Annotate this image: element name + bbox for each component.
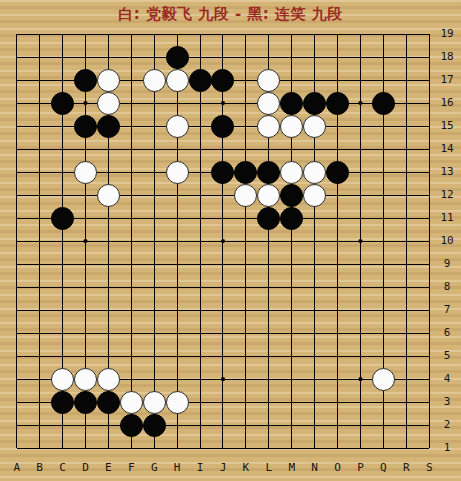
white-stone[interactable]: ●	[143, 69, 166, 92]
star-point	[221, 377, 225, 381]
black-stone[interactable]: ●	[280, 92, 303, 115]
star-point	[221, 239, 225, 243]
white-stone[interactable]: ●	[166, 391, 189, 414]
black-stone[interactable]: ●	[326, 161, 349, 184]
row-label-18: 18	[437, 50, 457, 64]
star-point	[83, 239, 87, 243]
row-label-4: 4	[437, 372, 457, 386]
row-label-5: 5	[437, 349, 457, 363]
black-stone[interactable]: ●	[280, 184, 303, 207]
col-label-O: O	[328, 461, 348, 475]
black-stone[interactable]: ●	[372, 92, 395, 115]
col-label-K: K	[236, 461, 256, 475]
black-stone[interactable]: ●	[211, 69, 234, 92]
black-stone[interactable]: ●	[303, 92, 326, 115]
white-stone[interactable]: ●	[74, 368, 97, 391]
black-stone[interactable]: ●	[234, 161, 257, 184]
white-stone[interactable]: ●	[166, 69, 189, 92]
col-label-D: D	[75, 461, 95, 475]
col-label-N: N	[305, 461, 325, 475]
row-label-17: 17	[437, 73, 457, 87]
black-stone[interactable]: ●	[51, 207, 74, 230]
row-label-11: 11	[437, 211, 457, 225]
white-stone[interactable]: ●	[234, 184, 257, 207]
row-label-8: 8	[437, 280, 457, 294]
row-label-3: 3	[437, 395, 457, 409]
star-point	[83, 101, 87, 105]
col-label-S: S	[419, 461, 439, 475]
black-stone[interactable]: ●	[51, 391, 74, 414]
white-stone[interactable]: ●	[120, 391, 143, 414]
white-stone[interactable]: ●	[143, 391, 166, 414]
white-stone[interactable]: ●	[280, 161, 303, 184]
white-stone[interactable]: ●	[372, 368, 395, 391]
col-label-E: E	[98, 461, 118, 475]
white-stone[interactable]: ●	[97, 69, 120, 92]
black-stone[interactable]: ●	[211, 115, 234, 138]
col-label-J: J	[213, 461, 233, 475]
white-stone[interactable]: ●	[97, 368, 120, 391]
row-label-1: 1	[437, 441, 457, 455]
white-stone[interactable]: ●	[257, 92, 280, 115]
black-stone[interactable]: ●	[74, 69, 97, 92]
row-label-10: 10	[437, 234, 457, 248]
white-stone[interactable]: ●	[74, 161, 97, 184]
col-label-M: M	[282, 461, 302, 475]
col-label-R: R	[396, 461, 416, 475]
white-stone[interactable]: ●	[257, 184, 280, 207]
star-point	[358, 377, 362, 381]
black-stone[interactable]: ●	[97, 115, 120, 138]
row-label-13: 13	[437, 165, 457, 179]
white-stone[interactable]: ●	[303, 184, 326, 207]
white-stone[interactable]: ●	[257, 115, 280, 138]
col-label-B: B	[30, 461, 50, 475]
row-label-12: 12	[437, 188, 457, 202]
white-stone[interactable]: ●	[166, 115, 189, 138]
black-stone[interactable]: ●	[326, 92, 349, 115]
white-stone[interactable]: ●	[97, 184, 120, 207]
white-stone[interactable]: ●	[97, 92, 120, 115]
white-stone[interactable]: ●	[303, 161, 326, 184]
row-label-19: 19	[437, 27, 457, 41]
white-stone[interactable]: ●	[51, 368, 74, 391]
row-label-15: 15	[437, 119, 457, 133]
col-label-Q: Q	[373, 461, 393, 475]
black-stone[interactable]: ●	[51, 92, 74, 115]
col-label-C: C	[53, 461, 73, 475]
star-point	[358, 101, 362, 105]
row-label-16: 16	[437, 96, 457, 110]
row-label-7: 7	[437, 303, 457, 317]
row-label-9: 9	[437, 257, 457, 271]
col-label-I: I	[190, 461, 210, 475]
col-label-A: A	[7, 461, 27, 475]
star-point	[221, 101, 225, 105]
white-stone[interactable]: ●	[303, 115, 326, 138]
row-label-6: 6	[437, 326, 457, 340]
black-stone[interactable]: ●	[257, 207, 280, 230]
go-diagram: { "game": "go", "title": "白: 党毅飞 九段 - 黑:…	[0, 0, 461, 481]
black-stone[interactable]: ●	[257, 161, 280, 184]
col-label-F: F	[121, 461, 141, 475]
black-stone[interactable]: ●	[166, 46, 189, 69]
black-stone[interactable]: ●	[97, 391, 120, 414]
white-stone[interactable]: ●	[166, 161, 189, 184]
row-label-14: 14	[437, 142, 457, 156]
white-stone[interactable]: ●	[280, 115, 303, 138]
white-stone[interactable]: ●	[257, 69, 280, 92]
black-stone[interactable]: ●	[211, 161, 234, 184]
star-point	[358, 239, 362, 243]
col-label-L: L	[259, 461, 279, 475]
black-stone[interactable]: ●	[74, 115, 97, 138]
black-stone[interactable]: ●	[143, 414, 166, 437]
col-label-P: P	[351, 461, 371, 475]
row-label-2: 2	[437, 418, 457, 432]
black-stone[interactable]: ●	[74, 391, 97, 414]
black-stone[interactable]: ●	[189, 69, 212, 92]
col-label-G: G	[144, 461, 164, 475]
black-stone[interactable]: ●	[280, 207, 303, 230]
black-stone[interactable]: ●	[120, 414, 143, 437]
col-label-H: H	[167, 461, 187, 475]
